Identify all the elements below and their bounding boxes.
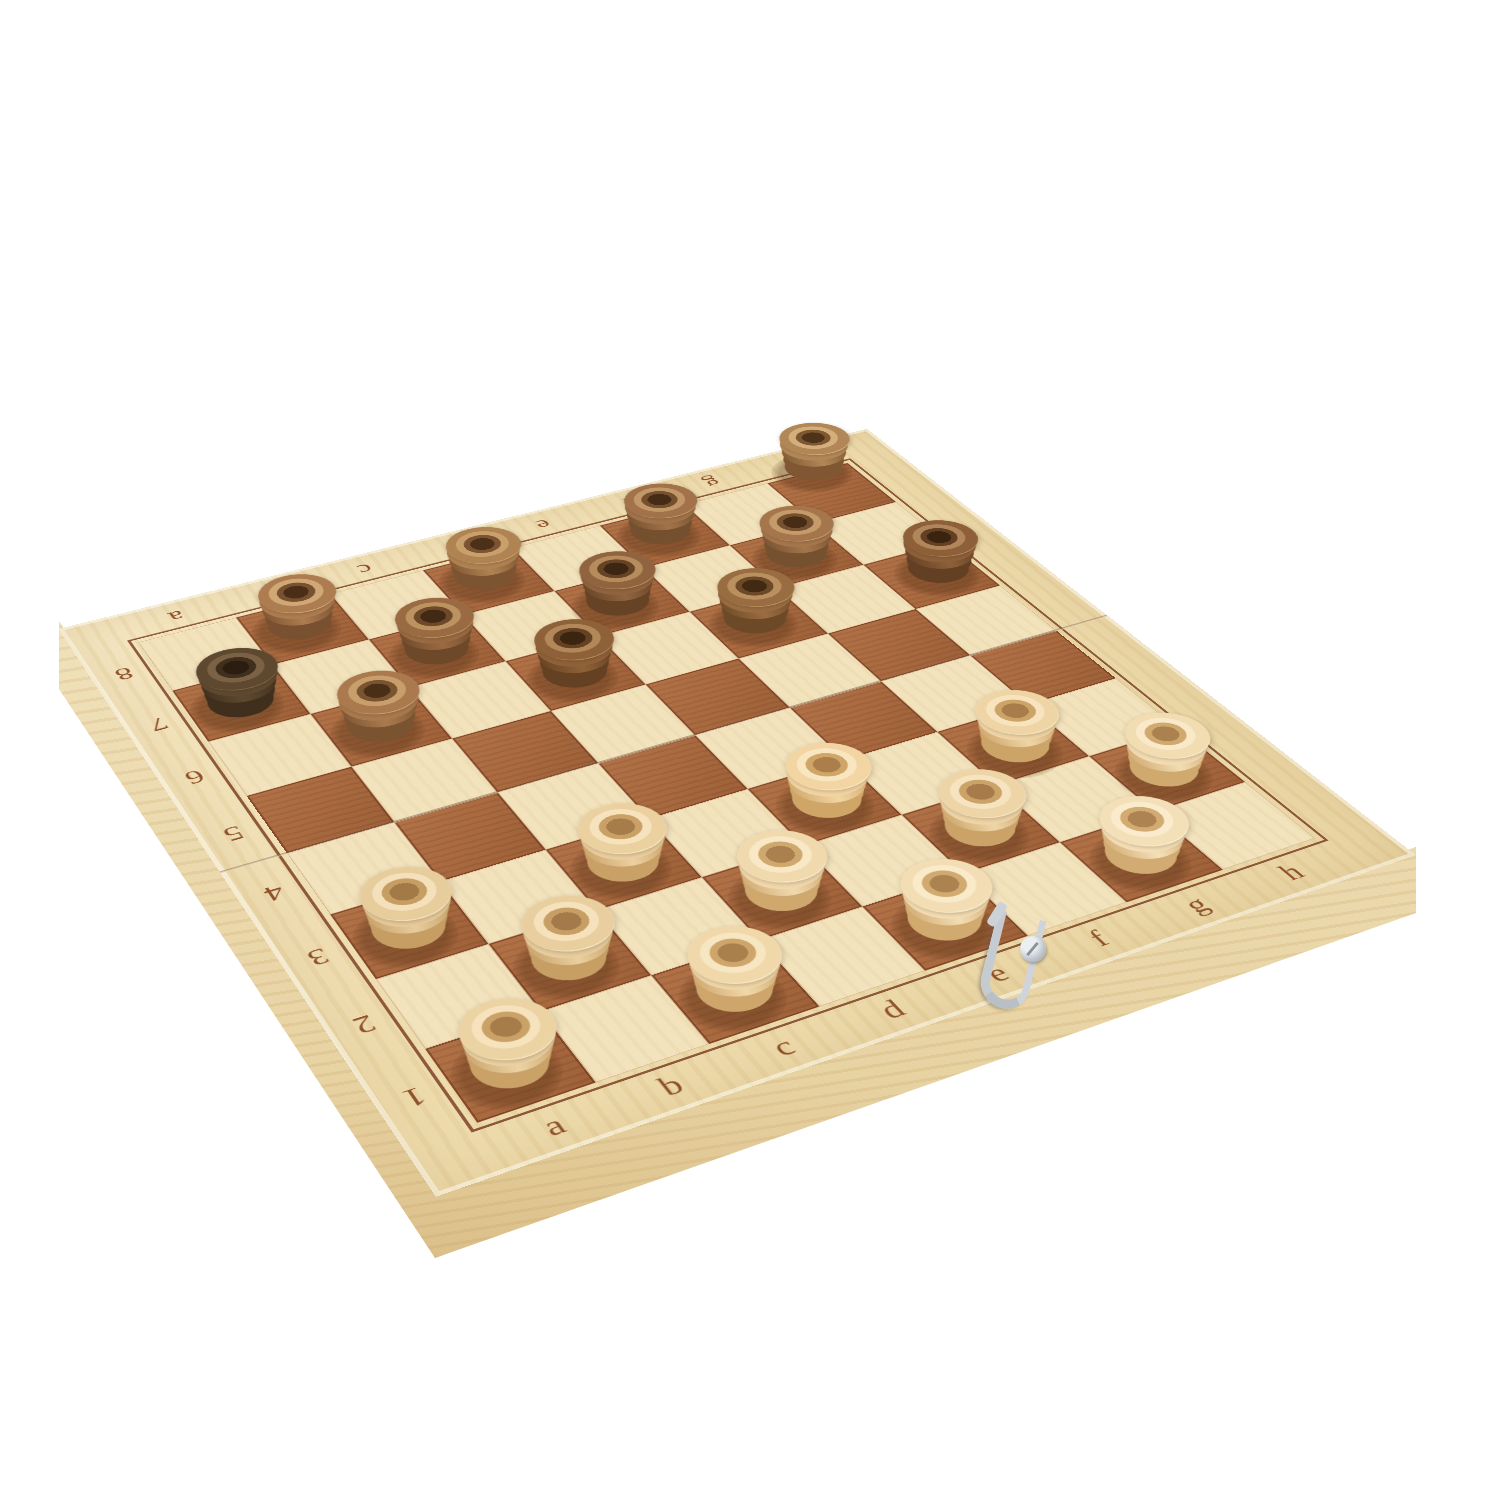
checker-piece-dark-f8 (612, 509, 710, 557)
checker-piece-light-c3 (564, 829, 682, 898)
checker-piece-light-c1 (671, 952, 798, 1031)
rank-label-left-8: 8 (111, 664, 137, 683)
file-label-near-b: b (653, 1071, 690, 1100)
checker-piece-dark-h6 (887, 546, 990, 596)
checker-piece-light-a1 (445, 1024, 574, 1108)
file-label-near-c: c (766, 1033, 801, 1061)
rank-label-left-2: 2 (348, 1011, 381, 1039)
latch-hook-icon (968, 908, 1058, 1018)
checker-piece-light-e3 (769, 769, 885, 834)
latch-screw (1020, 936, 1046, 962)
rank-label-left-6: 6 (181, 766, 209, 788)
file-label-near-d: d (874, 996, 911, 1023)
checker-piece-dark-b8 (250, 600, 350, 653)
rank-label-left-1: 1 (397, 1082, 432, 1112)
checker-piece-dark-a7 (189, 674, 293, 732)
rank-label-left-7: 7 (145, 714, 172, 734)
folding-board: aabbccddeeffgghh87654321 (58, 429, 1416, 1197)
file-label-near-a: a (537, 1111, 571, 1141)
file-label-far-g: g (699, 475, 726, 490)
file-label-far-e: e (531, 517, 556, 533)
board-frame: aabbccddeeffgghh87654321 (58, 429, 1416, 1197)
checker-piece-dark-d8 (435, 552, 534, 602)
checker-piece-dark-h8 (766, 448, 862, 492)
product-photo-stage: aabbccddeeffgghh87654321 (0, 0, 1500, 1500)
board-surface (138, 463, 1315, 1123)
checker-top (766, 417, 862, 460)
rank-label-left-4: 4 (259, 881, 290, 905)
file-label-far-a: a (165, 608, 189, 626)
board-scene: aabbccddeeffgghh87654321 (195, 235, 1195, 1235)
file-label-near-h: h (1273, 860, 1311, 884)
file-label-near-f: f (1083, 927, 1115, 951)
file-label-near-g: g (1178, 892, 1215, 917)
rank-label-left-3: 3 (302, 944, 334, 970)
file-label-far-c: c (353, 561, 378, 578)
rank-label-left-5: 5 (219, 822, 248, 845)
checker-piece-light-d2 (721, 857, 842, 928)
